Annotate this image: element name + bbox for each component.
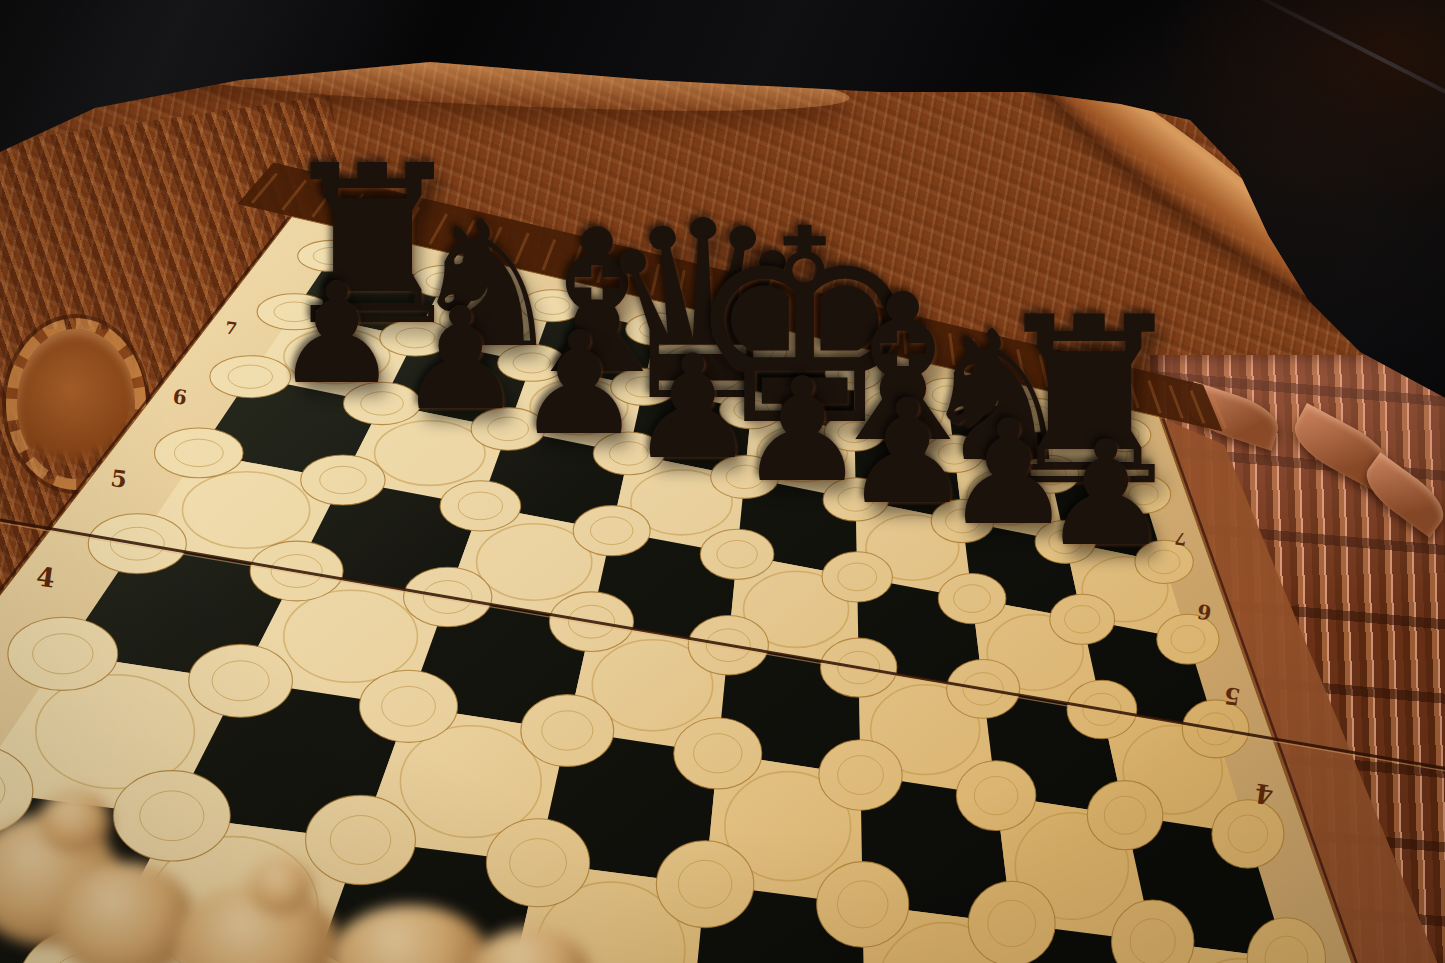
lens-carving — [486, 819, 589, 907]
lens-carving — [611, 368, 677, 405]
lens-carving — [1087, 781, 1163, 850]
chess-board: 76547654ʓƨʓ — [0, 0, 1445, 963]
lens-carving — [521, 695, 614, 767]
lens-carving — [306, 795, 416, 884]
lens-carving — [938, 574, 1006, 624]
lens-carving — [720, 391, 783, 428]
lens-carving — [155, 428, 244, 478]
lens-carving — [626, 313, 687, 345]
lens-carving — [8, 617, 118, 690]
lens-carving — [1050, 594, 1115, 644]
lens-carving — [301, 455, 385, 505]
lens-carving — [819, 740, 902, 810]
lens-carving — [498, 345, 566, 382]
lens-carving — [824, 414, 885, 452]
lens-carving — [573, 506, 650, 556]
lens-carving — [1011, 399, 1064, 432]
lens-carving — [822, 552, 892, 602]
lens-carving — [1212, 800, 1284, 868]
lens-carving — [817, 862, 909, 948]
lens-carving — [674, 718, 762, 789]
hedge-notch — [880, 317, 882, 349]
hedge-notch — [856, 311, 857, 343]
lens-carving — [931, 499, 994, 542]
lens-carving — [1022, 456, 1079, 494]
lens-carving — [825, 357, 882, 390]
lens-carving — [968, 881, 1055, 963]
lens-carving — [700, 529, 774, 579]
lens-carving — [521, 290, 585, 322]
lens-carving — [727, 336, 786, 369]
lens-carving — [471, 408, 545, 451]
lens-carving — [1099, 418, 1151, 451]
lens-carving — [593, 432, 664, 475]
lens-carving — [925, 435, 984, 473]
lens-carving — [298, 240, 367, 271]
lens-carving — [823, 478, 888, 521]
lens-carving — [920, 378, 975, 411]
lens-carving — [380, 320, 451, 356]
lens-carving — [257, 294, 331, 330]
lens-carving — [360, 670, 458, 742]
lens-carving — [956, 761, 1035, 831]
photo-scene: 76547654ʓƨʓ ♜♞♝♟♛♟♚♟♝♟♞♟♜♟♟♟ — [0, 0, 1445, 963]
lens-carving — [1116, 475, 1171, 513]
lens-carving — [343, 382, 420, 424]
lens-carving — [113, 771, 230, 861]
lens-carving — [210, 356, 291, 398]
lens-carving — [656, 841, 753, 928]
lens-carving — [440, 481, 521, 531]
lens-carving — [1035, 520, 1095, 563]
hedge-notch — [807, 300, 808, 332]
lens-carving — [711, 455, 779, 498]
lens-carving — [189, 644, 293, 717]
lens-carving — [411, 266, 477, 298]
